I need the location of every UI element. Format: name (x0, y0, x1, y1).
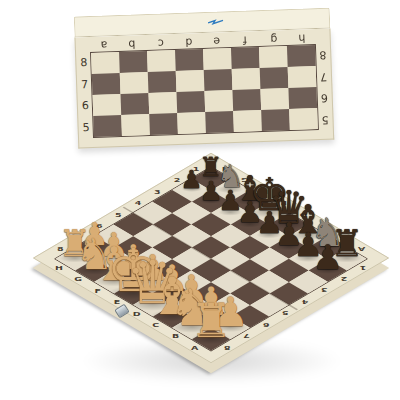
brand-logo-icon (207, 18, 225, 26)
box-square (260, 88, 289, 110)
box-square (92, 73, 121, 95)
box-square (232, 89, 261, 111)
box-file-label-g: g (259, 31, 288, 46)
box-square (91, 52, 120, 74)
box-file-label-h: h (287, 30, 316, 45)
box-square (288, 66, 317, 88)
box-square (176, 91, 205, 113)
rail-rank-right-1: 1 (360, 264, 367, 270)
rail-rank-right-6: 6 (263, 322, 270, 328)
rail-rank-right-2: 2 (340, 276, 347, 282)
box-square (175, 49, 204, 71)
box-rank-label-right-7: 7 (317, 65, 331, 87)
box-square (260, 67, 289, 89)
box-square (261, 109, 290, 131)
rail-rank-left-3: 3 (154, 189, 161, 195)
box-square (231, 47, 260, 69)
box-square (149, 113, 178, 135)
box-square (176, 70, 205, 92)
box-square (120, 72, 149, 94)
box-square (177, 112, 206, 134)
box-front-face: abcdefgh 8765 8765 (75, 29, 335, 149)
box-square (203, 48, 232, 70)
box-square (121, 114, 150, 136)
box-file-label-f: f (231, 32, 260, 47)
rail-rank-left-5: 5 (115, 212, 122, 218)
box-file-label-e: e (202, 33, 231, 48)
box-file-label-a: a (90, 37, 119, 52)
product-photo-chess-set: abcdefgh 8765 8765 HHGGFFEEDDCCBBAA11223… (0, 0, 400, 400)
rail-rank-left-2: 2 (174, 177, 181, 183)
box-square (259, 46, 288, 68)
box-square (289, 108, 318, 130)
box-rank-label-right-5: 5 (318, 108, 332, 130)
box-square (93, 94, 122, 116)
rail-rank-right-4: 4 (302, 299, 309, 305)
box-rank-label-left-5: 5 (79, 116, 93, 138)
box-rank-label-left-6: 6 (79, 95, 93, 117)
folded-chess-box: abcdefgh 8765 8765 (74, 8, 334, 149)
piece-black-pawn-a2[interactable]: ♟ (312, 240, 343, 274)
box-square (93, 115, 122, 137)
box-file-label-b: b (118, 36, 147, 51)
box-rank-numbers-right: 8765 (316, 44, 332, 130)
box-square (288, 87, 317, 109)
box-square (233, 110, 262, 132)
box-square (121, 93, 150, 115)
box-rank-label-left-7: 7 (78, 73, 92, 95)
rail-rank-right-3: 3 (321, 287, 328, 293)
box-rank-label-right-6: 6 (317, 87, 331, 109)
box-rank-label-right-8: 8 (316, 44, 330, 66)
box-square (147, 50, 176, 72)
box-square (204, 90, 233, 112)
box-square (148, 71, 177, 93)
rail-file-near-h: H (55, 264, 63, 270)
box-square (232, 68, 261, 90)
box-square (205, 111, 234, 133)
box-square (287, 45, 316, 67)
box-square (119, 51, 148, 73)
box-file-label-c: c (146, 35, 175, 50)
box-rank-label-left-8: 8 (77, 52, 91, 74)
box-square (204, 69, 233, 91)
box-square (148, 92, 177, 114)
rail-rank-left-4: 4 (135, 200, 142, 206)
piece-white-rook-a8[interactable]: ♜ (190, 298, 232, 345)
rail-rank-right-5: 5 (282, 310, 289, 316)
box-checker-pattern (90, 44, 319, 138)
box-file-label-d: d (174, 34, 203, 49)
